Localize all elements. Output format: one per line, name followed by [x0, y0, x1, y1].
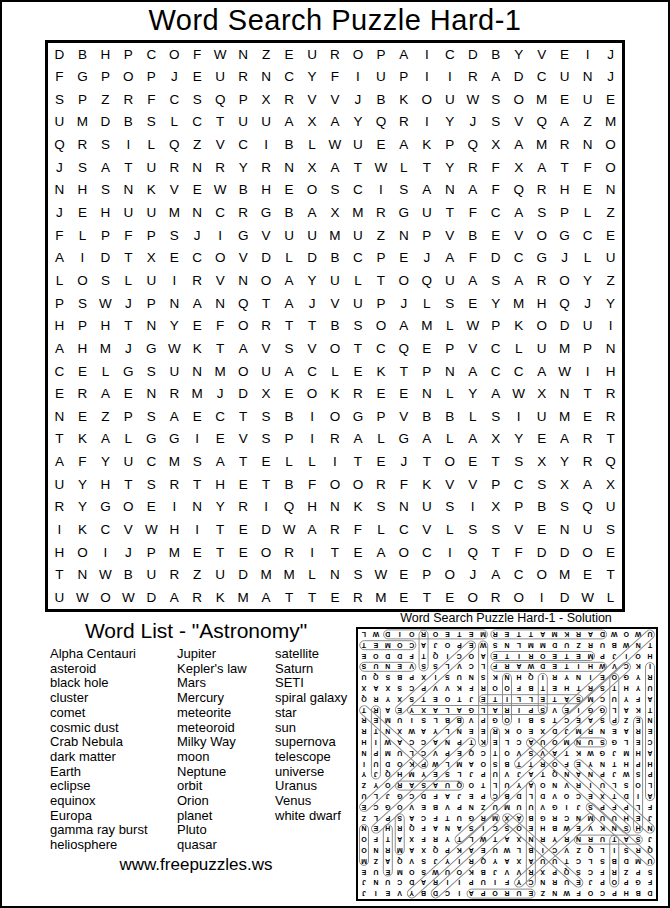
grid-cell[interactable]: C	[507, 473, 530, 496]
grid-cell[interactable]: T	[209, 541, 232, 564]
grid-cell[interactable]: R	[576, 428, 599, 451]
grid-cell[interactable]: O	[599, 156, 622, 179]
grid-cell[interactable]: P	[117, 405, 140, 428]
grid-cell[interactable]: M	[369, 586, 392, 609]
grid-cell[interactable]: R	[392, 111, 415, 134]
grid-cell[interactable]: M	[163, 201, 186, 224]
grid-cell[interactable]: A	[94, 156, 117, 179]
grid-cell[interactable]: P	[48, 292, 71, 315]
grid-cell[interactable]: E	[553, 43, 576, 66]
grid-cell[interactable]: O	[301, 383, 324, 406]
grid-cell[interactable]: P	[140, 224, 163, 247]
grid-cell[interactable]: E	[369, 134, 392, 157]
grid-cell[interactable]: U	[163, 360, 186, 383]
grid-cell[interactable]: N	[209, 292, 232, 315]
grid-cell[interactable]: S	[186, 88, 209, 111]
grid-cell[interactable]: J	[392, 451, 415, 474]
grid-cell[interactable]: L	[117, 269, 140, 292]
grid-cell[interactable]: F	[48, 66, 71, 89]
grid-cell[interactable]: G	[392, 201, 415, 224]
grid-cell[interactable]: L	[507, 337, 530, 360]
grid-cell[interactable]: L	[301, 134, 324, 157]
grid-cell[interactable]: R	[484, 586, 507, 609]
grid-cell[interactable]: L	[369, 518, 392, 541]
grid-cell[interactable]: I	[186, 428, 209, 451]
grid-cell[interactable]: S	[140, 111, 163, 134]
grid-cell[interactable]: S	[140, 360, 163, 383]
grid-cell[interactable]: F	[117, 224, 140, 247]
grid-cell[interactable]: V	[507, 518, 530, 541]
grid-cell[interactable]: L	[301, 564, 324, 587]
grid-cell[interactable]: O	[392, 541, 415, 564]
grid-cell[interactable]: U	[530, 405, 553, 428]
grid-cell[interactable]: S	[94, 269, 117, 292]
grid-cell[interactable]: U	[553, 66, 576, 89]
grid-cell[interactable]: D	[232, 564, 255, 587]
grid-cell[interactable]: J	[392, 292, 415, 315]
grid-cell[interactable]: Q	[415, 269, 438, 292]
grid-cell[interactable]: J	[163, 66, 186, 89]
grid-cell[interactable]: X	[484, 134, 507, 157]
grid-cell[interactable]: O	[232, 315, 255, 338]
grid-cell[interactable]: R	[163, 564, 186, 587]
grid-cell[interactable]: V	[117, 518, 140, 541]
grid-cell[interactable]: C	[346, 179, 369, 202]
grid-cell[interactable]: E	[530, 518, 553, 541]
grid-cell[interactable]: A	[530, 156, 553, 179]
grid-cell[interactable]: D	[553, 586, 576, 609]
grid-cell[interactable]: F	[48, 224, 71, 247]
grid-cell[interactable]: J	[209, 383, 232, 406]
grid-cell[interactable]: A	[461, 428, 484, 451]
grid-cell[interactable]: E	[599, 541, 622, 564]
grid-cell[interactable]: E	[186, 66, 209, 89]
grid-cell[interactable]: E	[484, 224, 507, 247]
grid-cell[interactable]: N	[324, 564, 347, 587]
grid-cell[interactable]: L	[438, 315, 461, 338]
grid-cell[interactable]: R	[599, 405, 622, 428]
grid-cell[interactable]: M	[530, 134, 553, 157]
grid-cell[interactable]: G	[140, 337, 163, 360]
grid-cell[interactable]: E	[324, 586, 347, 609]
grid-cell[interactable]: C	[186, 111, 209, 134]
grid-cell[interactable]: T	[438, 201, 461, 224]
grid-cell[interactable]: C	[140, 43, 163, 66]
grid-cell[interactable]: Z	[94, 88, 117, 111]
grid-cell[interactable]: I	[186, 518, 209, 541]
grid-cell[interactable]: E	[186, 541, 209, 564]
grid-cell[interactable]: O	[369, 315, 392, 338]
grid-cell[interactable]: C	[186, 247, 209, 270]
grid-cell[interactable]: E	[278, 43, 301, 66]
grid-cell[interactable]: F	[461, 247, 484, 270]
grid-cell[interactable]: A	[324, 156, 347, 179]
grid-cell[interactable]: P	[71, 315, 94, 338]
grid-cell[interactable]: R	[324, 518, 347, 541]
grid-cell[interactable]: N	[186, 156, 209, 179]
grid-cell[interactable]: U	[140, 201, 163, 224]
grid-cell[interactable]: E	[576, 564, 599, 587]
grid-cell[interactable]: P	[415, 224, 438, 247]
grid-cell[interactable]: S	[507, 451, 530, 474]
grid-cell[interactable]: R	[71, 383, 94, 406]
grid-cell[interactable]: W	[369, 156, 392, 179]
grid-cell[interactable]: J	[301, 292, 324, 315]
grid-cell[interactable]: T	[209, 518, 232, 541]
grid-cell[interactable]: S	[484, 518, 507, 541]
grid-cell[interactable]: P	[278, 428, 301, 451]
grid-cell[interactable]: J	[346, 88, 369, 111]
grid-cell[interactable]: U	[576, 88, 599, 111]
grid-cell[interactable]: T	[576, 383, 599, 406]
grid-cell[interactable]: K	[415, 473, 438, 496]
grid-cell[interactable]: E	[186, 405, 209, 428]
grid-cell[interactable]: P	[369, 43, 392, 66]
grid-cell[interactable]: A	[392, 43, 415, 66]
grid-cell[interactable]: Y	[94, 451, 117, 474]
grid-cell[interactable]: E	[71, 360, 94, 383]
grid-cell[interactable]: E	[461, 451, 484, 474]
grid-cell[interactable]: A	[415, 428, 438, 451]
grid-cell[interactable]: J	[415, 247, 438, 270]
grid-cell[interactable]: R	[324, 43, 347, 66]
grid-cell[interactable]: A	[392, 315, 415, 338]
grid-cell[interactable]: E	[438, 586, 461, 609]
grid-cell[interactable]: H	[94, 43, 117, 66]
grid-cell[interactable]: Y	[553, 451, 576, 474]
grid-cell[interactable]: P	[415, 564, 438, 587]
grid-cell[interactable]: J	[117, 292, 140, 315]
grid-cell[interactable]: B	[530, 496, 553, 519]
grid-cell[interactable]: P	[140, 541, 163, 564]
grid-cell[interactable]: V	[232, 247, 255, 270]
grid-cell[interactable]: A	[48, 247, 71, 270]
grid-cell[interactable]: T	[301, 586, 324, 609]
grid-cell[interactable]: J	[48, 156, 71, 179]
grid-cell[interactable]: L	[94, 360, 117, 383]
grid-cell[interactable]: R	[163, 156, 186, 179]
grid-cell[interactable]: A	[461, 179, 484, 202]
grid-cell[interactable]: E	[186, 315, 209, 338]
grid-cell[interactable]: Z	[599, 201, 622, 224]
grid-cell[interactable]: I	[301, 405, 324, 428]
grid-cell[interactable]: G	[140, 428, 163, 451]
grid-cell[interactable]: W	[461, 88, 484, 111]
grid-cell[interactable]: P	[438, 134, 461, 157]
grid-cell[interactable]: S	[278, 337, 301, 360]
grid-cell[interactable]: F	[140, 88, 163, 111]
grid-cell[interactable]: N	[232, 269, 255, 292]
grid-cell[interactable]: S	[484, 269, 507, 292]
grid-cell[interactable]: O	[346, 43, 369, 66]
grid-cell[interactable]: A	[415, 179, 438, 202]
grid-cell[interactable]: E	[255, 451, 278, 474]
grid-cell[interactable]: P	[94, 66, 117, 89]
grid-cell[interactable]: S	[392, 179, 415, 202]
grid-cell[interactable]: X	[324, 201, 347, 224]
grid-cell[interactable]: Z	[576, 111, 599, 134]
grid-cell[interactable]: L	[324, 360, 347, 383]
grid-cell[interactable]: B	[415, 405, 438, 428]
grid-cell[interactable]: R	[163, 473, 186, 496]
grid-cell[interactable]: H	[530, 292, 553, 315]
grid-cell[interactable]: V	[324, 88, 347, 111]
grid-cell[interactable]: U	[140, 564, 163, 587]
grid-cell[interactable]: N	[599, 179, 622, 202]
grid-cell[interactable]: L	[438, 428, 461, 451]
grid-cell[interactable]: M	[255, 564, 278, 587]
grid-cell[interactable]: S	[140, 405, 163, 428]
grid-cell[interactable]: V	[415, 518, 438, 541]
grid-cell[interactable]: S	[94, 134, 117, 157]
grid-cell[interactable]: H	[301, 496, 324, 519]
grid-cell[interactable]: Z	[369, 224, 392, 247]
grid-cell[interactable]: L	[163, 111, 186, 134]
grid-cell[interactable]: N	[232, 43, 255, 66]
grid-cell[interactable]: M	[553, 337, 576, 360]
grid-cell[interactable]: Y	[163, 315, 186, 338]
grid-cell[interactable]: C	[484, 337, 507, 360]
grid-cell[interactable]: F	[186, 43, 209, 66]
grid-cell[interactable]: A	[48, 337, 71, 360]
grid-cell[interactable]: I	[369, 179, 392, 202]
grid-cell[interactable]: B	[461, 224, 484, 247]
grid-cell[interactable]: B	[324, 247, 347, 270]
grid-cell[interactable]: N	[576, 134, 599, 157]
grid-cell[interactable]: K	[71, 518, 94, 541]
grid-cell[interactable]: A	[461, 269, 484, 292]
grid-cell[interactable]: U	[209, 564, 232, 587]
grid-cell[interactable]: Y	[438, 111, 461, 134]
grid-cell[interactable]: C	[530, 66, 553, 89]
grid-cell[interactable]: L	[438, 383, 461, 406]
grid-cell[interactable]: S	[255, 405, 278, 428]
grid-cell[interactable]: S	[163, 224, 186, 247]
grid-cell[interactable]: M	[71, 111, 94, 134]
grid-cell[interactable]: Y	[346, 111, 369, 134]
grid-cell[interactable]: S	[599, 518, 622, 541]
grid-cell[interactable]: O	[530, 564, 553, 587]
grid-cell[interactable]: Y	[576, 269, 599, 292]
grid-cell[interactable]: C	[507, 247, 530, 270]
grid-cell[interactable]: M	[507, 292, 530, 315]
grid-cell[interactable]: M	[346, 201, 369, 224]
grid-cell[interactable]: U	[438, 269, 461, 292]
grid-cell[interactable]: A	[94, 383, 117, 406]
grid-cell[interactable]: N	[324, 496, 347, 519]
grid-cell[interactable]: O	[71, 541, 94, 564]
grid-cell[interactable]: U	[117, 451, 140, 474]
grid-cell[interactable]: C	[507, 360, 530, 383]
grid-cell[interactable]: U	[599, 247, 622, 270]
grid-cell[interactable]: T	[415, 586, 438, 609]
grid-cell[interactable]: L	[392, 156, 415, 179]
grid-cell[interactable]: I	[324, 451, 347, 474]
grid-cell[interactable]: A	[163, 405, 186, 428]
grid-cell[interactable]: E	[461, 292, 484, 315]
grid-cell[interactable]: F	[461, 201, 484, 224]
grid-cell[interactable]: E	[530, 428, 553, 451]
grid-cell[interactable]: H	[94, 315, 117, 338]
grid-cell[interactable]: F	[576, 156, 599, 179]
grid-cell[interactable]: S	[324, 179, 347, 202]
grid-cell[interactable]: A	[553, 428, 576, 451]
grid-cell[interactable]: A	[392, 134, 415, 157]
grid-cell[interactable]: C	[140, 451, 163, 474]
grid-cell[interactable]: R	[232, 66, 255, 89]
grid-cell[interactable]: O	[346, 473, 369, 496]
grid-cell[interactable]: N	[140, 383, 163, 406]
grid-cell[interactable]: I	[255, 134, 278, 157]
grid-cell[interactable]: W	[209, 43, 232, 66]
grid-cell[interactable]: J	[48, 201, 71, 224]
grid-cell[interactable]: Q	[278, 496, 301, 519]
grid-cell[interactable]: W	[209, 179, 232, 202]
grid-cell[interactable]: R	[530, 269, 553, 292]
grid-cell[interactable]: D	[301, 247, 324, 270]
grid-cell[interactable]: E	[209, 428, 232, 451]
grid-cell[interactable]: P	[369, 292, 392, 315]
grid-cell[interactable]: S	[94, 179, 117, 202]
grid-cell[interactable]: J	[599, 43, 622, 66]
grid-cell[interactable]: A	[507, 201, 530, 224]
grid-cell[interactable]: G	[163, 428, 186, 451]
grid-cell[interactable]: S	[346, 315, 369, 338]
grid-cell[interactable]: A	[232, 337, 255, 360]
grid-cell[interactable]: Y	[461, 383, 484, 406]
grid-cell[interactable]: F	[301, 473, 324, 496]
grid-cell[interactable]: I	[346, 66, 369, 89]
grid-cell[interactable]: W	[507, 383, 530, 406]
grid-cell[interactable]: O	[461, 586, 484, 609]
grid-cell[interactable]: A	[278, 292, 301, 315]
grid-cell[interactable]: S	[71, 156, 94, 179]
grid-cell[interactable]: I	[301, 541, 324, 564]
grid-cell[interactable]: R	[232, 496, 255, 519]
grid-cell[interactable]: C	[369, 337, 392, 360]
grid-cell[interactable]: K	[346, 496, 369, 519]
grid-cell[interactable]: W	[163, 337, 186, 360]
grid-cell[interactable]: A	[530, 360, 553, 383]
grid-cell[interactable]: N	[599, 337, 622, 360]
grid-cell[interactable]: A	[553, 111, 576, 134]
grid-cell[interactable]: G	[255, 201, 278, 224]
grid-cell[interactable]: I	[415, 43, 438, 66]
grid-cell[interactable]: V	[438, 473, 461, 496]
grid-cell[interactable]: O	[324, 405, 347, 428]
grid-cell[interactable]: K	[71, 428, 94, 451]
grid-cell[interactable]: X	[484, 496, 507, 519]
grid-cell[interactable]: H	[48, 315, 71, 338]
grid-cell[interactable]: E	[232, 541, 255, 564]
grid-cell[interactable]: R	[530, 179, 553, 202]
grid-cell[interactable]: L	[461, 405, 484, 428]
grid-cell[interactable]: K	[369, 360, 392, 383]
grid-cell[interactable]: N	[553, 518, 576, 541]
grid-cell[interactable]: T	[48, 428, 71, 451]
grid-cell[interactable]: J	[117, 337, 140, 360]
grid-cell[interactable]: O	[530, 224, 553, 247]
grid-cell[interactable]: N	[576, 66, 599, 89]
grid-cell[interactable]: A	[209, 451, 232, 474]
grid-cell[interactable]: I	[209, 224, 232, 247]
grid-cell[interactable]: C	[576, 224, 599, 247]
grid-cell[interactable]: A	[484, 564, 507, 587]
grid-cell[interactable]: T	[232, 405, 255, 428]
grid-cell[interactable]: Y	[301, 66, 324, 89]
grid-cell[interactable]: A	[461, 360, 484, 383]
grid-cell[interactable]: O	[301, 179, 324, 202]
grid-cell[interactable]: Q	[163, 134, 186, 157]
grid-cell[interactable]: P	[553, 201, 576, 224]
grid-cell[interactable]: U	[48, 586, 71, 609]
grid-cell[interactable]: I	[507, 405, 530, 428]
grid-cell[interactable]: C	[209, 405, 232, 428]
grid-cell[interactable]: K	[507, 315, 530, 338]
grid-cell[interactable]: Q	[48, 134, 71, 157]
grid-cell[interactable]: R	[369, 201, 392, 224]
grid-cell[interactable]: T	[209, 337, 232, 360]
grid-cell[interactable]: N	[392, 224, 415, 247]
grid-cell[interactable]: Y	[484, 292, 507, 315]
grid-cell[interactable]: D	[140, 586, 163, 609]
grid-cell[interactable]: T	[346, 451, 369, 474]
grid-cell[interactable]: E	[278, 383, 301, 406]
grid-cell[interactable]: N	[415, 383, 438, 406]
grid-cell[interactable]: E	[186, 179, 209, 202]
grid-cell[interactable]: C	[232, 134, 255, 157]
grid-cell[interactable]: R	[346, 383, 369, 406]
grid-cell[interactable]: Q	[576, 496, 599, 519]
grid-cell[interactable]: I	[163, 269, 186, 292]
grid-cell[interactable]: J	[186, 224, 209, 247]
grid-cell[interactable]: O	[576, 541, 599, 564]
grid-cell[interactable]: U	[346, 292, 369, 315]
grid-cell[interactable]: D	[553, 315, 576, 338]
grid-cell[interactable]: A	[324, 111, 347, 134]
grid-cell[interactable]: M	[553, 405, 576, 428]
grid-cell[interactable]: V	[209, 134, 232, 157]
grid-cell[interactable]: E	[415, 337, 438, 360]
grid-cell[interactable]: R	[186, 269, 209, 292]
grid-cell[interactable]: K	[186, 337, 209, 360]
grid-cell[interactable]: T	[415, 156, 438, 179]
grid-cell[interactable]: V	[255, 224, 278, 247]
grid-cell[interactable]: Z	[599, 269, 622, 292]
grid-cell[interactable]: K	[140, 179, 163, 202]
grid-cell[interactable]: E	[346, 541, 369, 564]
grid-cell[interactable]: W	[117, 586, 140, 609]
grid-cell[interactable]: U	[346, 134, 369, 157]
grid-cell[interactable]: O	[415, 88, 438, 111]
grid-cell[interactable]: A	[186, 292, 209, 315]
grid-cell[interactable]: P	[369, 247, 392, 270]
grid-cell[interactable]: A	[278, 111, 301, 134]
grid-cell[interactable]: R	[163, 383, 186, 406]
grid-cell[interactable]: Y	[209, 496, 232, 519]
grid-cell[interactable]: X	[301, 156, 324, 179]
grid-cell[interactable]: Q	[507, 179, 530, 202]
grid-cell[interactable]: V	[163, 179, 186, 202]
grid-cell[interactable]: D	[461, 43, 484, 66]
grid-cell[interactable]: T	[369, 269, 392, 292]
grid-cell[interactable]: Q	[461, 134, 484, 157]
grid-cell[interactable]: U	[301, 224, 324, 247]
grid-cell[interactable]: R	[186, 586, 209, 609]
grid-cell[interactable]: R	[599, 383, 622, 406]
grid-cell[interactable]: D	[94, 111, 117, 134]
grid-cell[interactable]: E	[599, 88, 622, 111]
